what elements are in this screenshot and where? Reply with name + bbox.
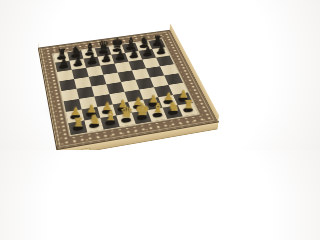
- square-b5[interactable]: [74, 77, 91, 89]
- box-clasp: [80, 147, 90, 150]
- piece-white-rook[interactable]: ♜: [66, 116, 90, 128]
- square-h6[interactable]: [156, 56, 174, 67]
- square-g4[interactable]: [150, 75, 169, 87]
- square-a1[interactable]: ♜: [68, 121, 87, 135]
- piece-black-pawn[interactable]: ♟: [53, 57, 74, 67]
- board-squares: ♜♞♝♛♚♝♞♜♟♟♟♟♟♟♟♟♟♟♟♟♟♟♟♟♜♞♝♛♚♝♞♜: [53, 39, 198, 135]
- square-e4[interactable]: [121, 80, 139, 92]
- product-photo-scene: ♜♞♝♛♚♝♞♜♟♟♟♟♟♟♟♟♟♟♟♟♟♟♟♟♜♞♝♛♚♝♞♜: [0, 0, 240, 150]
- chess-board: ♜♞♝♛♚♝♞♜♟♟♟♟♟♟♟♟♟♟♟♟♟♟♟♟♜♞♝♛♚♝♞♜: [38, 30, 219, 150]
